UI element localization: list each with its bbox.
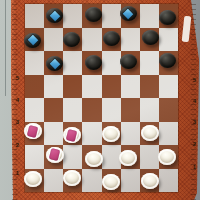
checker-white[interactable] [63, 127, 81, 143]
ruler-number: 3 [190, 119, 199, 126]
ruler-number: 1 [13, 170, 22, 177]
board-cell[interactable] [102, 75, 121, 99]
checker-black[interactable] [46, 56, 63, 71]
board-cell[interactable] [121, 169, 140, 193]
board-cell[interactable] [102, 51, 121, 75]
board-cell[interactable] [159, 169, 178, 193]
board-cell[interactable] [121, 51, 140, 75]
board-cell[interactable] [82, 145, 101, 169]
board-cell[interactable] [121, 98, 140, 122]
board-cell[interactable] [140, 51, 159, 75]
board-cell[interactable] [25, 51, 44, 75]
pink-sticker-marker [49, 148, 60, 161]
pink-sticker-marker [27, 125, 38, 138]
board-cell[interactable] [25, 75, 44, 99]
checker-white[interactable] [24, 171, 42, 187]
board-cell[interactable] [63, 28, 82, 52]
board-cell[interactable] [121, 75, 140, 99]
board-cell[interactable] [159, 51, 178, 75]
board [25, 4, 178, 192]
ruler-number: 2 [13, 142, 22, 149]
blue-diamond-marker [49, 11, 59, 21]
board-cell[interactable] [82, 169, 101, 193]
checker-white[interactable] [85, 151, 103, 167]
board-cell[interactable] [82, 75, 101, 99]
board-cell[interactable] [159, 122, 178, 146]
board-cell[interactable] [102, 122, 121, 146]
board-cell[interactable] [121, 122, 140, 146]
ruler-number: 2 [190, 141, 199, 148]
board-cell[interactable] [44, 28, 63, 52]
checker-black[interactable] [63, 32, 80, 47]
board-cell[interactable] [25, 28, 44, 52]
checker-white[interactable] [141, 173, 159, 189]
board-cell[interactable] [44, 51, 63, 75]
board-cell[interactable] [82, 98, 101, 122]
board-cell[interactable] [121, 145, 140, 169]
blue-diamond-marker [27, 35, 37, 45]
board-cell[interactable] [121, 28, 140, 52]
pink-sticker-marker [66, 129, 77, 142]
checker-black[interactable] [159, 10, 176, 25]
board-cell[interactable] [102, 98, 121, 122]
board-cell[interactable] [44, 75, 63, 99]
board-cell[interactable] [82, 51, 101, 75]
checker-white[interactable] [119, 150, 137, 166]
checker-white[interactable] [102, 126, 120, 142]
board-cell[interactable] [25, 169, 44, 193]
board-cell[interactable] [140, 4, 159, 28]
board-cell[interactable] [44, 4, 63, 28]
board-cell[interactable] [82, 122, 101, 146]
checker-black[interactable] [120, 6, 137, 21]
checker-black[interactable] [142, 30, 159, 45]
board-cell[interactable] [140, 98, 159, 122]
checker-black[interactable] [85, 7, 102, 22]
right-ruler: 54321 [190, 0, 199, 200]
board-cell[interactable] [44, 122, 63, 146]
board-cell[interactable] [121, 4, 140, 28]
board-cell[interactable] [63, 169, 82, 193]
board-cell[interactable] [82, 28, 101, 52]
board-cell[interactable] [140, 145, 159, 169]
board-cell[interactable] [44, 98, 63, 122]
wall-seam-line [5, 0, 6, 96]
board-cell[interactable] [82, 4, 101, 28]
board-cell[interactable] [159, 145, 178, 169]
board-cell[interactable] [159, 75, 178, 99]
board-cell[interactable] [63, 4, 82, 28]
board-cell[interactable] [159, 28, 178, 52]
board-cell[interactable] [140, 169, 159, 193]
board-cell[interactable] [63, 145, 82, 169]
checker-black[interactable] [159, 53, 176, 68]
checker-black[interactable] [46, 8, 63, 23]
ruler-number: 5 [190, 77, 199, 84]
checker-white[interactable] [24, 123, 42, 139]
left-ruler: 54321 [13, 0, 22, 200]
board-cell[interactable] [63, 75, 82, 99]
checker-black[interactable] [24, 33, 41, 48]
blue-diamond-marker [49, 59, 59, 69]
board-cell[interactable] [63, 51, 82, 75]
checker-black[interactable] [103, 31, 120, 46]
board-cell[interactable] [140, 28, 159, 52]
checker-black[interactable] [120, 54, 137, 69]
board-cell[interactable] [140, 75, 159, 99]
board-cell[interactable] [25, 4, 44, 28]
board-cell[interactable] [44, 169, 63, 193]
checker-white[interactable] [46, 147, 64, 163]
board-cell[interactable] [140, 122, 159, 146]
ruler-number: 4 [13, 97, 22, 104]
ruler-number: 1 [190, 164, 199, 171]
board-cell[interactable] [159, 98, 178, 122]
board-cell[interactable] [25, 122, 44, 146]
checker-white[interactable] [158, 149, 176, 165]
board-cell[interactable] [102, 28, 121, 52]
ruler-number: 3 [13, 119, 22, 126]
checker-white[interactable] [102, 174, 120, 190]
board-cell[interactable] [102, 145, 121, 169]
ruler-number: 4 [190, 98, 199, 105]
checker-white[interactable] [63, 170, 81, 186]
checker-white[interactable] [141, 125, 159, 141]
scene: 54321 54321 [0, 0, 200, 200]
board-cell[interactable] [63, 122, 82, 146]
blue-diamond-marker [123, 9, 133, 19]
board-cell[interactable] [102, 169, 121, 193]
ruler-number: 5 [13, 75, 22, 82]
board-cell[interactable] [159, 4, 178, 28]
board-cell[interactable] [25, 98, 44, 122]
board-cell[interactable] [44, 145, 63, 169]
board-cell[interactable] [63, 98, 82, 122]
board-cell[interactable] [102, 4, 121, 28]
board-cell[interactable] [25, 145, 44, 169]
checker-black[interactable] [85, 55, 102, 70]
